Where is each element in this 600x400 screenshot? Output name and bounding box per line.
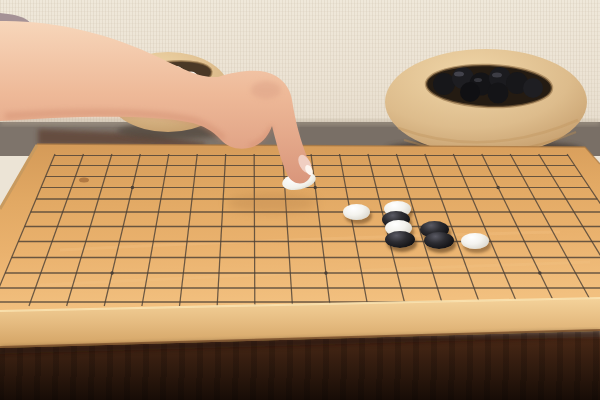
- black-stone[interactable]: [385, 231, 415, 248]
- hoshi-point: [110, 271, 113, 274]
- hoshi-point: [131, 186, 134, 189]
- hoshi-point: [538, 271, 541, 274]
- hoshi-point: [324, 271, 327, 274]
- hoshi-point: [496, 186, 499, 189]
- white-stone[interactable]: [461, 233, 489, 249]
- white-stone[interactable]: [343, 204, 370, 220]
- hand-shadow: [226, 193, 318, 213]
- scene-svg: [0, 0, 600, 400]
- go-photo-scene: [0, 0, 600, 400]
- black-stone[interactable]: [424, 232, 454, 249]
- wood-knot: [79, 178, 89, 183]
- hoshi-point: [314, 186, 317, 189]
- knuckle-shading: [251, 81, 281, 99]
